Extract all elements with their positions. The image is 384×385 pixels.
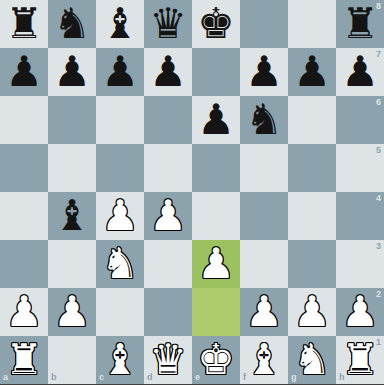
chess-board[interactable]: ♜♞♝♛♚♜8♟♟♟♟♟♟♟7♟♞65♝♟♟4♞♟3♟♟♟♟♟2♜ab♝c♛d♚… <box>0 0 384 384</box>
square-b3[interactable] <box>48 240 96 288</box>
square-e2[interactable] <box>192 288 240 336</box>
black-pawn-icon: ♟ <box>101 48 139 96</box>
square-h6[interactable]: 6 <box>336 96 384 144</box>
square-g6[interactable] <box>288 96 336 144</box>
square-d1[interactable]: ♛d <box>144 336 192 384</box>
square-g8[interactable] <box>288 0 336 48</box>
black-pawn-icon: ♟ <box>293 48 331 96</box>
square-b5[interactable] <box>48 144 96 192</box>
black-knight-icon: ♞ <box>245 96 283 144</box>
square-a7[interactable]: ♟ <box>0 48 48 96</box>
square-d6[interactable] <box>144 96 192 144</box>
rank-label-5: 5 <box>376 146 381 155</box>
square-g3[interactable] <box>288 240 336 288</box>
file-label-e: e <box>195 373 200 382</box>
square-f3[interactable] <box>240 240 288 288</box>
black-queen-icon: ♛ <box>149 0 187 48</box>
white-knight-icon: ♞ <box>293 336 331 384</box>
square-a1[interactable]: ♜a <box>0 336 48 384</box>
square-f2[interactable]: ♟ <box>240 288 288 336</box>
square-h5[interactable]: 5 <box>336 144 384 192</box>
black-pawn-icon: ♟ <box>5 48 43 96</box>
black-rook-icon: ♜ <box>341 0 379 48</box>
white-bishop-icon: ♝ <box>101 336 139 384</box>
square-e6[interactable]: ♟ <box>192 96 240 144</box>
white-knight-icon: ♞ <box>101 240 139 288</box>
square-h8[interactable]: ♜8 <box>336 0 384 48</box>
square-b6[interactable] <box>48 96 96 144</box>
black-bishop-icon: ♝ <box>53 192 91 240</box>
square-e4[interactable] <box>192 192 240 240</box>
square-a2[interactable]: ♟ <box>0 288 48 336</box>
square-g5[interactable] <box>288 144 336 192</box>
white-pawn-icon: ♟ <box>5 288 43 336</box>
file-label-b: b <box>51 373 57 382</box>
square-b7[interactable]: ♟ <box>48 48 96 96</box>
rank-label-8: 8 <box>376 2 381 11</box>
file-label-a: a <box>3 373 8 382</box>
file-label-c: c <box>99 373 104 382</box>
file-label-h: h <box>339 373 345 382</box>
black-pawn-icon: ♟ <box>245 48 283 96</box>
square-h4[interactable]: 4 <box>336 192 384 240</box>
white-king-icon: ♚ <box>197 336 235 384</box>
black-pawn-icon: ♟ <box>341 48 379 96</box>
square-c8[interactable]: ♝ <box>96 0 144 48</box>
square-a6[interactable] <box>0 96 48 144</box>
square-d3[interactable] <box>144 240 192 288</box>
square-f4[interactable] <box>240 192 288 240</box>
square-g4[interactable] <box>288 192 336 240</box>
square-h2[interactable]: ♟2 <box>336 288 384 336</box>
file-label-d: d <box>147 373 153 382</box>
square-c4[interactable]: ♟ <box>96 192 144 240</box>
black-pawn-icon: ♟ <box>149 48 187 96</box>
black-pawn-icon: ♟ <box>53 48 91 96</box>
square-b1[interactable]: b <box>48 336 96 384</box>
square-d5[interactable] <box>144 144 192 192</box>
square-a4[interactable] <box>0 192 48 240</box>
square-h3[interactable]: 3 <box>336 240 384 288</box>
square-c3[interactable]: ♞ <box>96 240 144 288</box>
square-g1[interactable]: ♞g <box>288 336 336 384</box>
rank-label-4: 4 <box>376 194 381 203</box>
white-pawn-icon: ♟ <box>149 192 187 240</box>
rank-label-1: 1 <box>376 338 381 347</box>
white-pawn-icon: ♟ <box>101 192 139 240</box>
square-f6[interactable]: ♞ <box>240 96 288 144</box>
black-pawn-icon: ♟ <box>197 96 235 144</box>
square-g2[interactable]: ♟ <box>288 288 336 336</box>
square-d8[interactable]: ♛ <box>144 0 192 48</box>
white-pawn-icon: ♟ <box>341 288 379 336</box>
black-bishop-icon: ♝ <box>101 0 139 48</box>
white-bishop-icon: ♝ <box>245 336 283 384</box>
square-f1[interactable]: ♝f <box>240 336 288 384</box>
square-g7[interactable]: ♟ <box>288 48 336 96</box>
file-label-g: g <box>291 373 297 382</box>
square-a8[interactable]: ♜ <box>0 0 48 48</box>
square-e8[interactable]: ♚ <box>192 0 240 48</box>
square-h7[interactable]: ♟7 <box>336 48 384 96</box>
square-b2[interactable]: ♟ <box>48 288 96 336</box>
white-rook-icon: ♜ <box>5 336 43 384</box>
white-rook-icon: ♜ <box>341 336 379 384</box>
square-e3[interactable]: ♟ <box>192 240 240 288</box>
black-king-icon: ♚ <box>197 0 235 48</box>
rank-label-3: 3 <box>376 242 381 251</box>
black-rook-icon: ♜ <box>5 0 43 48</box>
file-label-f: f <box>243 373 246 382</box>
square-e7[interactable] <box>192 48 240 96</box>
square-d7[interactable]: ♟ <box>144 48 192 96</box>
black-knight-icon: ♞ <box>53 0 91 48</box>
square-c1[interactable]: ♝c <box>96 336 144 384</box>
white-pawn-icon: ♟ <box>245 288 283 336</box>
square-d4[interactable]: ♟ <box>144 192 192 240</box>
square-c6[interactable] <box>96 96 144 144</box>
white-pawn-icon: ♟ <box>53 288 91 336</box>
square-c2[interactable] <box>96 288 144 336</box>
square-b4[interactable]: ♝ <box>48 192 96 240</box>
square-a3[interactable] <box>0 240 48 288</box>
rank-label-7: 7 <box>376 50 381 59</box>
square-b8[interactable]: ♞ <box>48 0 96 48</box>
square-f8[interactable] <box>240 0 288 48</box>
square-a5[interactable] <box>0 144 48 192</box>
square-e5[interactable] <box>192 144 240 192</box>
square-e1[interactable]: ♚e <box>192 336 240 384</box>
square-d2[interactable] <box>144 288 192 336</box>
square-c7[interactable]: ♟ <box>96 48 144 96</box>
rank-label-2: 2 <box>376 290 381 299</box>
square-c5[interactable] <box>96 144 144 192</box>
square-f5[interactable] <box>240 144 288 192</box>
rank-label-6: 6 <box>376 98 381 107</box>
square-f7[interactable]: ♟ <box>240 48 288 96</box>
square-h1[interactable]: ♜1h <box>336 336 384 384</box>
white-pawn-icon: ♟ <box>197 240 235 288</box>
white-pawn-icon: ♟ <box>293 288 331 336</box>
white-queen-icon: ♛ <box>149 336 187 384</box>
